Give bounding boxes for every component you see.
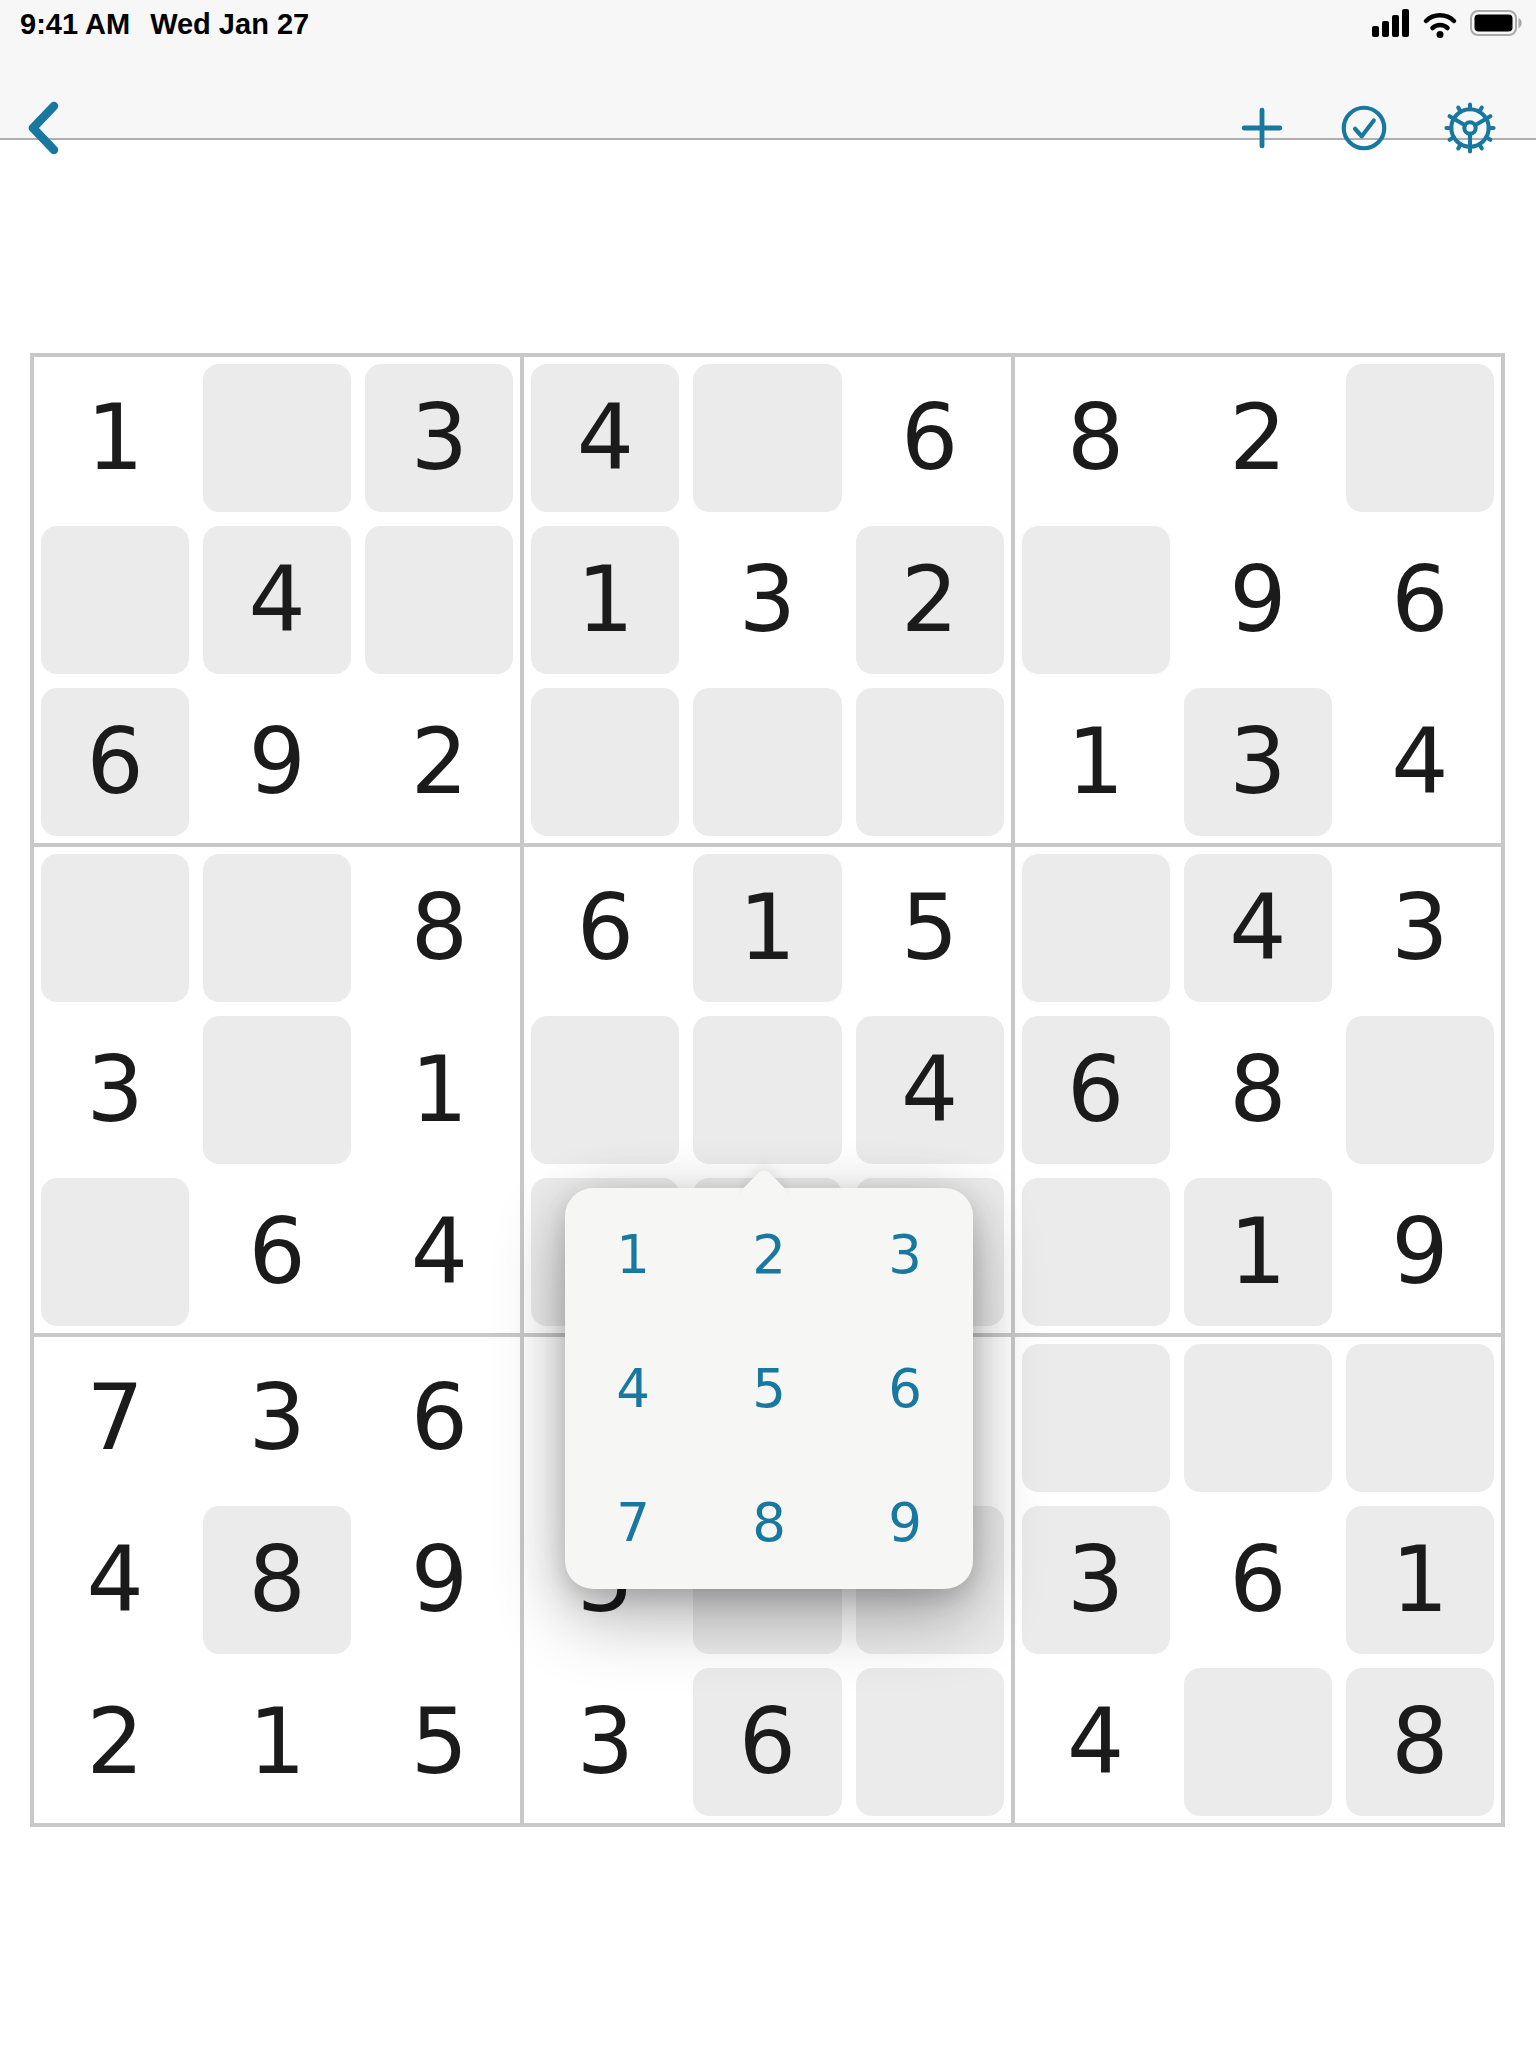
cell-r2c8[interactable]: 9 (1177, 519, 1339, 681)
cell-r6c8[interactable]: 1 (1177, 1171, 1339, 1333)
cell-r9c6[interactable] (849, 1661, 1011, 1823)
editable-tile (1346, 364, 1494, 512)
block-9: 36148 (1013, 1335, 1503, 1825)
cell-r9c2[interactable]: 1 (196, 1661, 358, 1823)
cell-r1c4[interactable]: 4 (524, 357, 686, 519)
given-digit: 1 (1015, 681, 1177, 843)
block-1: 134692 (32, 355, 522, 845)
cell-r1c3[interactable]: 3 (358, 357, 520, 519)
user-digit: 3 (1177, 681, 1339, 843)
cell-r4c3[interactable]: 8 (358, 847, 520, 1009)
editable-tile (203, 364, 351, 512)
editable-tile (365, 526, 513, 674)
given-digit: 7 (34, 1337, 196, 1499)
editable-tile (1022, 854, 1170, 1002)
status-bar-right (1372, 7, 1523, 39)
cell-r7c2[interactable]: 3 (196, 1337, 358, 1499)
top-bar: 9:41 AM Wed Jan 27 (0, 0, 1536, 140)
cell-r9c4[interactable]: 3 (524, 1661, 686, 1823)
cell-r2c5[interactable]: 3 (686, 519, 848, 681)
cell-r2c9[interactable]: 6 (1339, 519, 1501, 681)
user-digit: 8 (196, 1499, 358, 1661)
user-digit: 2 (849, 519, 1011, 681)
cell-r5c9[interactable] (1339, 1009, 1501, 1171)
cell-r8c9[interactable]: 1 (1339, 1499, 1501, 1661)
cell-r3c5[interactable] (686, 681, 848, 843)
cell-r2c3[interactable] (358, 519, 520, 681)
cell-r4c1[interactable] (34, 847, 196, 1009)
cell-r2c2[interactable]: 4 (196, 519, 358, 681)
cell-r5c8[interactable]: 8 (1177, 1009, 1339, 1171)
back-chevron-icon[interactable] (25, 101, 61, 155)
picker-digit-7[interactable]: 7 (565, 1455, 701, 1589)
picker-digit-9[interactable]: 9 (837, 1455, 973, 1589)
given-digit: 2 (34, 1661, 196, 1823)
wifi-icon (1420, 8, 1460, 38)
editable-tile (856, 688, 1004, 836)
cell-r5c1[interactable]: 3 (34, 1009, 196, 1171)
cell-r1c8[interactable]: 2 (1177, 357, 1339, 519)
picker-digit-3[interactable]: 3 (837, 1188, 973, 1322)
given-digit: 1 (34, 357, 196, 519)
cell-r8c3[interactable]: 9 (358, 1499, 520, 1661)
user-digit: 1 (686, 847, 848, 1009)
given-digit: 1 (196, 1661, 358, 1823)
cell-r4c2[interactable] (196, 847, 358, 1009)
cell-r8c1[interactable]: 4 (34, 1499, 196, 1661)
given-digit: 9 (1177, 519, 1339, 681)
number-picker-popover: 123456789 (565, 1188, 973, 1589)
cell-r1c9[interactable] (1339, 357, 1501, 519)
cell-r4c4[interactable]: 6 (524, 847, 686, 1009)
cell-r7c7[interactable] (1015, 1337, 1177, 1499)
cell-r4c6[interactable]: 5 (849, 847, 1011, 1009)
editable-tile (41, 854, 189, 1002)
given-digit: 2 (1177, 357, 1339, 519)
battery-icon (1470, 10, 1523, 36)
status-time: 9:41 AM (20, 8, 130, 41)
cell-r9c9[interactable]: 8 (1339, 1661, 1501, 1823)
given-digit: 4 (358, 1171, 520, 1333)
cell-r2c6[interactable]: 2 (849, 519, 1011, 681)
cell-r5c3[interactable]: 1 (358, 1009, 520, 1171)
cell-r1c2[interactable] (196, 357, 358, 519)
editable-tile (203, 854, 351, 1002)
cell-r6c3[interactable]: 4 (358, 1171, 520, 1333)
given-digit: 4 (34, 1499, 196, 1661)
cell-r7c3[interactable]: 6 (358, 1337, 520, 1499)
status-bar-left: 9:41 AM Wed Jan 27 (20, 6, 309, 42)
cell-r4c5[interactable]: 1 (686, 847, 848, 1009)
user-digit: 3 (1015, 1499, 1177, 1661)
editable-tile (693, 364, 841, 512)
cell-r3c9[interactable]: 4 (1339, 681, 1501, 843)
given-digit: 1 (358, 1009, 520, 1171)
given-digit: 5 (358, 1661, 520, 1823)
picker-digit-2[interactable]: 2 (701, 1188, 837, 1322)
picker-digit-4[interactable]: 4 (565, 1322, 701, 1456)
cell-r3c3[interactable]: 2 (358, 681, 520, 843)
cell-r4c7[interactable] (1015, 847, 1177, 1009)
plus-icon[interactable] (1240, 106, 1284, 150)
cell-r5c5[interactable] (686, 1009, 848, 1171)
given-digit: 6 (524, 847, 686, 1009)
cell-r2c1[interactable] (34, 519, 196, 681)
given-digit: 4 (1339, 681, 1501, 843)
cell-r9c5[interactable]: 6 (686, 1661, 848, 1823)
cell-r2c7[interactable] (1015, 519, 1177, 681)
given-digit: 3 (34, 1009, 196, 1171)
block-7: 736489215 (32, 1335, 522, 1825)
picker-digit-5[interactable]: 5 (701, 1322, 837, 1456)
given-digit: 6 (1339, 519, 1501, 681)
number-picker-grid: 123456789 (565, 1188, 973, 1589)
cell-r3c8[interactable]: 3 (1177, 681, 1339, 843)
cell-r3c1[interactable]: 6 (34, 681, 196, 843)
user-digit: 4 (196, 519, 358, 681)
cell-r9c1[interactable]: 2 (34, 1661, 196, 1823)
editable-tile (41, 526, 189, 674)
cell-r5c4[interactable] (524, 1009, 686, 1171)
cell-r6c1[interactable] (34, 1171, 196, 1333)
settings-gear-icon[interactable] (1444, 102, 1496, 154)
cell-r3c6[interactable] (849, 681, 1011, 843)
status-date: Wed Jan 27 (150, 8, 309, 41)
editable-tile (41, 1178, 189, 1326)
user-digit: 8 (1339, 1661, 1501, 1823)
cell-r6c9[interactable]: 9 (1339, 1171, 1501, 1333)
cell-r5c7[interactable]: 6 (1015, 1009, 1177, 1171)
given-digit: 3 (686, 519, 848, 681)
given-digit: 4 (1015, 1661, 1177, 1823)
sudoku-board: 1346924613282961348316461544368197364892… (30, 353, 1505, 1827)
given-digit: 5 (849, 847, 1011, 1009)
user-digit: 6 (686, 1661, 848, 1823)
editable-tile (1346, 1344, 1494, 1492)
given-digit: 3 (524, 1661, 686, 1823)
given-digit: 6 (358, 1337, 520, 1499)
cell-r8c7[interactable]: 3 (1015, 1499, 1177, 1661)
block-2: 46132 (522, 355, 1012, 845)
picker-digit-6[interactable]: 6 (837, 1322, 973, 1456)
user-digit: 1 (524, 519, 686, 681)
cell-r4c9[interactable]: 3 (1339, 847, 1501, 1009)
editable-tile (531, 688, 679, 836)
editable-tile (856, 1668, 1004, 1816)
given-digit: 3 (1339, 847, 1501, 1009)
navigation-bar (0, 38, 1536, 138)
cell-r5c2[interactable] (196, 1009, 358, 1171)
editable-tile (203, 1016, 351, 1164)
given-digit: 6 (1177, 1499, 1339, 1661)
given-digit: 9 (1339, 1171, 1501, 1333)
cell-r6c7[interactable] (1015, 1171, 1177, 1333)
user-digit: 1 (1177, 1171, 1339, 1333)
editable-tile (1184, 1668, 1332, 1816)
editable-tile (1022, 1178, 1170, 1326)
editable-tile (1022, 526, 1170, 674)
user-digit: 6 (34, 681, 196, 843)
user-digit: 1 (1339, 1499, 1501, 1661)
cell-r9c8[interactable] (1177, 1661, 1339, 1823)
nav-action-group (1240, 96, 1496, 160)
cell-r1c5[interactable] (686, 357, 848, 519)
cell-r1c7[interactable]: 8 (1015, 357, 1177, 519)
check-circle-icon[interactable] (1340, 104, 1388, 152)
given-digit: 6 (849, 357, 1011, 519)
picker-digit-1[interactable]: 1 (565, 1188, 701, 1322)
cell-r1c6[interactable]: 6 (849, 357, 1011, 519)
given-digit: 2 (358, 681, 520, 843)
cell-r8c8[interactable]: 6 (1177, 1499, 1339, 1661)
cell-r5c6[interactable]: 4 (849, 1009, 1011, 1171)
user-digit: 4 (1177, 847, 1339, 1009)
user-digit: 6 (1015, 1009, 1177, 1171)
editable-tile (1346, 1016, 1494, 1164)
cell-r8c2[interactable]: 8 (196, 1499, 358, 1661)
cell-r7c8[interactable] (1177, 1337, 1339, 1499)
given-digit: 8 (1015, 357, 1177, 519)
cell-r9c3[interactable]: 5 (358, 1661, 520, 1823)
block-6: 436819 (1013, 845, 1503, 1335)
editable-tile (693, 688, 841, 836)
user-digit: 4 (849, 1009, 1011, 1171)
user-digit: 3 (358, 357, 520, 519)
editable-tile (1184, 1344, 1332, 1492)
cell-r7c9[interactable] (1339, 1337, 1501, 1499)
cell-r4c8[interactable]: 4 (1177, 847, 1339, 1009)
block-4: 83164 (32, 845, 522, 1335)
editable-tile (693, 1016, 841, 1164)
cell-r2c4[interactable]: 1 (524, 519, 686, 681)
cell-r1c1[interactable]: 1 (34, 357, 196, 519)
block-3: 8296134 (1013, 355, 1503, 845)
editable-tile (1022, 1344, 1170, 1492)
picker-digit-8[interactable]: 8 (701, 1455, 837, 1589)
given-digit: 6 (196, 1171, 358, 1333)
cell-r6c2[interactable]: 6 (196, 1171, 358, 1333)
cell-r9c7[interactable]: 4 (1015, 1661, 1177, 1823)
user-digit: 4 (524, 357, 686, 519)
cell-r3c2[interactable]: 9 (196, 681, 358, 843)
given-digit: 3 (196, 1337, 358, 1499)
editable-tile (531, 1016, 679, 1164)
cellular-signal-icon (1372, 9, 1410, 37)
given-digit: 9 (358, 1499, 520, 1661)
cell-r7c1[interactable]: 7 (34, 1337, 196, 1499)
given-digit: 8 (358, 847, 520, 1009)
cell-r3c7[interactable]: 1 (1015, 681, 1177, 843)
cell-r3c4[interactable] (524, 681, 686, 843)
given-digit: 9 (196, 681, 358, 843)
given-digit: 8 (1177, 1009, 1339, 1171)
